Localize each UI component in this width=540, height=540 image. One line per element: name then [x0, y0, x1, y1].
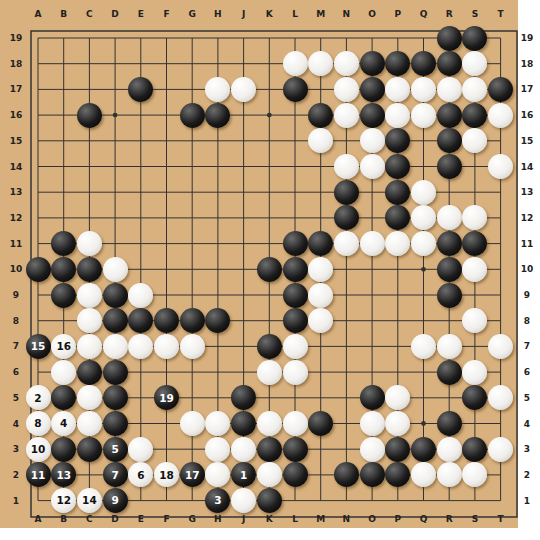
col-label-bottom-T: T [498, 514, 504, 524]
stone-black-B9 [51, 283, 76, 308]
stone-black-O17 [360, 77, 385, 102]
stone-move-15-black-A7: 15 [26, 334, 51, 359]
stone-white-O3 [360, 437, 385, 462]
row-label-left-7: 7 [13, 341, 19, 351]
row-label-right-1: 1 [524, 496, 530, 506]
star-point-Q10 [421, 267, 426, 272]
row-label-right-13: 13 [521, 187, 534, 197]
stone-black-S16 [462, 103, 487, 128]
row-label-right-17: 17 [521, 84, 534, 94]
stone-black-D9 [103, 283, 128, 308]
stone-white-O4 [360, 411, 385, 436]
col-label-top-C: C [86, 9, 93, 19]
row-label-left-10: 10 [10, 264, 23, 274]
stone-black-B3 [51, 437, 76, 462]
stone-black-L8 [283, 308, 308, 333]
stone-white-N16 [334, 103, 359, 128]
stone-black-R11 [437, 231, 462, 256]
stone-white-D10 [103, 257, 128, 282]
row-label-left-16: 16 [10, 110, 23, 120]
row-label-left-9: 9 [13, 290, 19, 300]
col-label-bottom-A: A [35, 514, 42, 524]
row-label-right-15: 15 [521, 136, 534, 146]
stone-move-2-white-A5: 2 [26, 385, 51, 410]
stone-white-S6 [462, 360, 487, 385]
stone-move-11-black-A2: 11 [26, 462, 51, 487]
row-label-left-13: 13 [10, 187, 23, 197]
stone-move-17-black-G2: 17 [180, 462, 205, 487]
stone-black-H16 [205, 103, 230, 128]
stone-black-L3 [283, 437, 308, 462]
row-label-left-14: 14 [10, 162, 23, 172]
stone-black-D4 [103, 411, 128, 436]
stone-black-C10 [77, 257, 102, 282]
stone-black-C16 [77, 103, 102, 128]
stone-black-P3 [385, 437, 410, 462]
stone-white-R3 [437, 437, 462, 462]
col-label-top-D: D [111, 9, 118, 19]
row-label-left-1: 1 [13, 496, 19, 506]
stone-white-O11 [360, 231, 385, 256]
stone-black-R19 [437, 26, 462, 51]
stone-white-R2 [437, 462, 462, 487]
stone-black-T17 [488, 77, 513, 102]
stone-move-5-black-D3: 5 [103, 437, 128, 462]
col-label-bottom-F: F [163, 514, 169, 524]
stone-black-D6 [103, 360, 128, 385]
stone-move-10-white-A3: 10 [26, 437, 51, 462]
col-label-bottom-N: N [343, 514, 351, 524]
board-area: AABBCCDDEEFFGGHHJJKKLLMMNNOOPPQQRRSSTT19… [0, 0, 540, 540]
stone-white-Q11 [411, 231, 436, 256]
stone-black-L9 [283, 283, 308, 308]
stone-black-L2 [283, 462, 308, 487]
stone-black-C6 [77, 360, 102, 385]
stone-white-R17 [437, 77, 462, 102]
stone-black-R9 [437, 283, 462, 308]
col-label-top-T: T [498, 9, 504, 19]
stone-black-Q3 [411, 437, 436, 462]
stone-white-M9 [308, 283, 333, 308]
stone-white-R12 [437, 205, 462, 230]
row-label-left-15: 15 [10, 136, 23, 146]
stone-white-K4 [257, 411, 282, 436]
stone-black-J4 [231, 411, 256, 436]
stone-black-D5 [103, 385, 128, 410]
stone-black-A10 [26, 257, 51, 282]
stone-black-G8 [180, 308, 205, 333]
stone-black-L11 [283, 231, 308, 256]
stone-white-K6 [257, 360, 282, 385]
stone-white-D7 [103, 334, 128, 359]
row-label-right-14: 14 [521, 162, 534, 172]
col-label-top-B: B [60, 9, 67, 19]
stone-white-F7 [154, 334, 179, 359]
col-label-top-M: M [316, 9, 325, 19]
stone-black-L10 [283, 257, 308, 282]
stone-white-M10 [308, 257, 333, 282]
col-label-top-Q: Q [420, 9, 428, 19]
col-label-top-A: A [35, 9, 42, 19]
stone-black-L17 [283, 77, 308, 102]
stone-white-G4 [180, 411, 205, 436]
stone-white-T7 [488, 334, 513, 359]
col-label-bottom-C: C [86, 514, 93, 524]
stone-black-O2 [360, 462, 385, 487]
row-label-right-18: 18 [521, 59, 534, 69]
stone-black-M16 [308, 103, 333, 128]
stone-black-R14 [437, 154, 462, 179]
stone-black-R10 [437, 257, 462, 282]
col-label-bottom-H: H [214, 514, 222, 524]
go-board-viewer: AABBCCDDEEFFGGHHJJKKLLMMNNOOPPQQRRSSTT19… [0, 0, 540, 540]
col-label-bottom-G: G [188, 514, 195, 524]
stone-black-P13 [385, 180, 410, 205]
stone-white-N18 [334, 51, 359, 76]
stone-black-K7 [257, 334, 282, 359]
col-label-bottom-L: L [292, 514, 298, 524]
star-point-D16 [113, 113, 118, 118]
stone-white-Q16 [411, 103, 436, 128]
row-label-left-4: 4 [13, 419, 19, 429]
row-label-left-17: 17 [10, 84, 23, 94]
row-label-right-12: 12 [521, 213, 534, 223]
stone-black-K3 [257, 437, 282, 462]
stone-white-J17 [231, 77, 256, 102]
col-label-bottom-K: K [266, 514, 273, 524]
row-label-left-8: 8 [13, 316, 19, 326]
stone-black-G16 [180, 103, 205, 128]
row-label-left-18: 18 [10, 59, 23, 69]
col-label-bottom-Q: Q [420, 514, 428, 524]
stone-white-C9 [77, 283, 102, 308]
row-label-right-4: 4 [524, 419, 530, 429]
stone-black-R15 [437, 128, 462, 153]
col-label-bottom-E: E [138, 514, 144, 524]
row-label-right-7: 7 [524, 341, 530, 351]
stone-move-9-black-D1: 9 [103, 488, 128, 513]
stone-white-L18 [283, 51, 308, 76]
stone-white-C8 [77, 308, 102, 333]
stone-black-O16 [360, 103, 385, 128]
stone-white-R7 [437, 334, 462, 359]
stone-white-Q17 [411, 77, 436, 102]
col-label-bottom-J: J [242, 514, 245, 524]
col-label-top-O: O [368, 9, 376, 19]
stone-black-O18 [360, 51, 385, 76]
stone-black-O5 [360, 385, 385, 410]
stone-white-O15 [360, 128, 385, 153]
stone-white-C11 [77, 231, 102, 256]
stone-black-B10 [51, 257, 76, 282]
stone-black-N13 [334, 180, 359, 205]
stone-black-R18 [437, 51, 462, 76]
stone-white-J3 [231, 437, 256, 462]
stone-white-E3 [128, 437, 153, 462]
stone-white-Q7 [411, 334, 436, 359]
row-label-left-6: 6 [13, 367, 19, 377]
stone-black-D8 [103, 308, 128, 333]
row-label-right-5: 5 [524, 393, 530, 403]
stone-black-K1 [257, 488, 282, 513]
col-label-bottom-M: M [316, 514, 325, 524]
stone-white-G7 [180, 334, 205, 359]
row-label-right-10: 10 [521, 264, 534, 274]
col-label-bottom-B: B [60, 514, 67, 524]
stone-black-S19 [462, 26, 487, 51]
stone-white-H3 [205, 437, 230, 462]
row-label-right-9: 9 [524, 290, 530, 300]
stone-white-T16 [488, 103, 513, 128]
row-label-right-2: 2 [524, 470, 530, 480]
star-point-Q4 [421, 421, 426, 426]
col-label-bottom-O: O [368, 514, 376, 524]
star-point-K16 [267, 113, 272, 118]
stone-move-7-black-D2: 7 [103, 462, 128, 487]
col-label-top-N: N [343, 9, 351, 19]
stone-white-C7 [77, 334, 102, 359]
stone-black-K10 [257, 257, 282, 282]
stone-white-Q13 [411, 180, 436, 205]
col-label-top-F: F [163, 9, 169, 19]
row-label-right-16: 16 [521, 110, 534, 120]
row-label-left-2: 2 [13, 470, 19, 480]
stone-white-P16 [385, 103, 410, 128]
stone-black-R6 [437, 360, 462, 385]
stone-white-C4 [77, 411, 102, 436]
row-label-left-12: 12 [10, 213, 23, 223]
row-label-right-11: 11 [521, 239, 534, 249]
stone-move-16-white-B7: 16 [51, 334, 76, 359]
stone-black-S3 [462, 437, 487, 462]
stone-white-E9 [128, 283, 153, 308]
col-label-top-L: L [292, 9, 298, 19]
col-label-top-E: E [138, 9, 144, 19]
row-label-left-5: 5 [13, 393, 19, 403]
stone-black-R4 [437, 411, 462, 436]
col-label-top-P: P [394, 9, 401, 19]
col-label-top-J: J [242, 9, 245, 19]
col-label-top-G: G [188, 9, 195, 19]
row-label-right-8: 8 [524, 316, 530, 326]
col-label-bottom-D: D [111, 514, 118, 524]
stone-white-T3 [488, 437, 513, 462]
stone-black-R16 [437, 103, 462, 128]
stone-white-L4 [283, 411, 308, 436]
stone-white-L6 [283, 360, 308, 385]
stone-black-C3 [77, 437, 102, 462]
stone-white-B6 [51, 360, 76, 385]
stone-white-N14 [334, 154, 359, 179]
col-label-bottom-S: S [472, 514, 478, 524]
row-label-left-3: 3 [13, 444, 19, 454]
stone-white-N17 [334, 77, 359, 102]
col-label-top-S: S [472, 9, 478, 19]
stone-white-O14 [360, 154, 385, 179]
row-label-left-11: 11 [10, 239, 23, 249]
stone-white-T14 [488, 154, 513, 179]
col-label-top-K: K [266, 9, 273, 19]
row-label-left-19: 19 [10, 33, 23, 43]
stone-white-L7 [283, 334, 308, 359]
col-label-bottom-P: P [394, 514, 401, 524]
col-label-top-R: R [446, 9, 453, 19]
stone-move-14-white-C1: 14 [77, 488, 102, 513]
row-label-right-19: 19 [521, 33, 534, 43]
stone-white-N11 [334, 231, 359, 256]
col-label-top-H: H [214, 9, 222, 19]
row-label-right-6: 6 [524, 367, 530, 377]
stone-move-8-white-A4: 8 [26, 411, 51, 436]
col-label-bottom-R: R [446, 514, 453, 524]
row-label-right-3: 3 [524, 444, 530, 454]
